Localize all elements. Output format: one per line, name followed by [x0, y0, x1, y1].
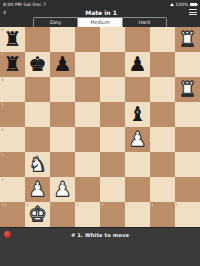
tab-hard[interactable]: Hard	[123, 18, 166, 27]
square-b5[interactable]	[25, 102, 50, 127]
mate-in-1-app: 8:00 PM Sat Dec 7 100% ‹ Mate in 1 Easy …	[0, 0, 200, 266]
puzzle-controls: # 1. White to move	[0, 228, 200, 241]
rank-label-6: 6	[1, 78, 4, 82]
status-time-date: 8:00 PM Sat Dec 7	[3, 2, 46, 7]
square-f1[interactable]: f	[125, 202, 150, 227]
file-label-a: a	[4, 203, 6, 207]
square-b2[interactable]: ♟	[25, 177, 50, 202]
square-b3[interactable]: ♞	[25, 152, 50, 177]
square-d2[interactable]	[75, 177, 100, 202]
file-label-c: c	[51, 203, 53, 207]
square-b4[interactable]	[25, 127, 50, 152]
square-d1[interactable]: d	[75, 202, 100, 227]
piece-white-pawn[interactable]: ♟	[129, 127, 147, 152]
square-b1[interactable]: b♚	[25, 202, 50, 227]
square-h7[interactable]	[175, 52, 200, 77]
top-chrome: 8:00 PM Sat Dec 7 100% ‹ Mate in 1 Easy …	[0, 0, 200, 27]
square-a3[interactable]: 3	[0, 152, 25, 177]
status-indicators: 100%	[170, 2, 197, 7]
piece-black-pawn[interactable]: ♟	[129, 52, 147, 77]
square-a2[interactable]: 2	[0, 177, 25, 202]
piece-black-king[interactable]: ♚	[29, 52, 47, 77]
square-a8[interactable]: 8♜	[0, 27, 25, 52]
rank-label-2: 2	[1, 178, 4, 182]
wifi-icon	[170, 3, 174, 6]
square-g7[interactable]	[150, 52, 175, 77]
square-g6[interactable]	[150, 77, 175, 102]
square-f2[interactable]	[125, 177, 150, 202]
square-e5[interactable]	[100, 102, 125, 127]
square-a7[interactable]: 7♜	[0, 52, 25, 77]
square-g3[interactable]	[150, 152, 175, 177]
square-d7[interactable]	[75, 52, 100, 77]
square-g4[interactable]	[150, 127, 175, 152]
status-bar: 8:00 PM Sat Dec 7 100%	[0, 0, 200, 8]
square-c8[interactable]	[50, 27, 75, 52]
square-h5[interactable]	[175, 102, 200, 127]
square-d3[interactable]	[75, 152, 100, 177]
square-f5[interactable]: ♝	[125, 102, 150, 127]
square-c7[interactable]: ♟	[50, 52, 75, 77]
square-a1[interactable]: 1a	[0, 202, 25, 227]
square-c1[interactable]: c	[50, 202, 75, 227]
square-e4[interactable]	[100, 127, 125, 152]
square-h3[interactable]	[175, 152, 200, 177]
piece-white-rook[interactable]: ♜	[179, 77, 197, 102]
square-e1[interactable]: e	[100, 202, 125, 227]
square-d6[interactable]	[75, 77, 100, 102]
square-f8[interactable]	[125, 27, 150, 52]
rank-label-5: 5	[1, 103, 4, 107]
move-status-label: # 1. White to move	[11, 232, 189, 238]
piece-black-rook[interactable]: ♜	[4, 27, 22, 52]
tab-easy[interactable]: Easy	[34, 18, 78, 27]
rank-label-4: 4	[1, 128, 4, 132]
square-a5[interactable]: 5	[0, 102, 25, 127]
square-c6[interactable]	[50, 77, 75, 102]
rank-label-1: 1	[1, 203, 4, 207]
square-a4[interactable]: 4	[0, 127, 25, 152]
battery-icon	[190, 3, 197, 6]
square-e3[interactable]	[100, 152, 125, 177]
square-e2[interactable]	[100, 177, 125, 202]
square-c2[interactable]: ♟	[50, 177, 75, 202]
file-label-h: h	[176, 203, 179, 207]
piece-white-king[interactable]: ♚	[29, 202, 47, 227]
square-c4[interactable]	[50, 127, 75, 152]
square-h4[interactable]	[175, 127, 200, 152]
menu-button[interactable]	[189, 9, 197, 16]
piece-black-rook[interactable]: ♜	[4, 52, 22, 77]
square-f4[interactable]: ♟	[125, 127, 150, 152]
piece-white-knight[interactable]: ♞	[29, 152, 47, 177]
square-g2[interactable]	[150, 177, 175, 202]
back-button[interactable]: ‹	[3, 9, 13, 16]
reset-button[interactable]	[4, 231, 11, 238]
square-h2[interactable]	[175, 177, 200, 202]
tab-medium[interactable]: Medium	[78, 18, 122, 27]
square-b8[interactable]	[25, 27, 50, 52]
square-b6[interactable]	[25, 77, 50, 102]
chess-board: 8♜♜7♜♚♟♟6♜5♝4♟3♞2♟♟1ab♚cdefgh	[0, 27, 200, 227]
square-f6[interactable]	[125, 77, 150, 102]
rank-label-3: 3	[1, 153, 4, 157]
nav-bar: ‹ Mate in 1	[0, 8, 200, 16]
square-g5[interactable]	[150, 102, 175, 127]
square-h6[interactable]: ♜	[175, 77, 200, 102]
square-c3[interactable]	[50, 152, 75, 177]
piece-white-pawn[interactable]: ♟	[29, 177, 47, 202]
file-label-e: e	[101, 203, 103, 207]
square-c5[interactable]	[50, 102, 75, 127]
square-d4[interactable]	[75, 127, 100, 152]
piece-black-bishop[interactable]: ♝	[129, 102, 147, 127]
square-h8[interactable]: ♜	[175, 27, 200, 52]
piece-black-pawn[interactable]: ♟	[54, 52, 72, 77]
square-g8[interactable]	[150, 27, 175, 52]
square-b7[interactable]: ♚	[25, 52, 50, 77]
file-label-d: d	[76, 203, 79, 207]
bottom-bar: # 1. White to move	[0, 227, 200, 266]
piece-white-rook[interactable]: ♜	[179, 27, 197, 52]
square-f3[interactable]	[125, 152, 150, 177]
square-a6[interactable]: 6	[0, 77, 25, 102]
square-d8[interactable]	[75, 27, 100, 52]
square-f7[interactable]: ♟	[125, 52, 150, 77]
difficulty-segmented-control: Easy Medium Hard	[33, 17, 167, 28]
square-h1[interactable]: h	[175, 202, 200, 227]
square-e7[interactable]	[100, 52, 125, 77]
hint-lightbulb-button[interactable]	[189, 230, 196, 239]
square-d5[interactable]	[75, 102, 100, 127]
square-g1[interactable]: g	[150, 202, 175, 227]
battery-percent: 100%	[175, 2, 188, 7]
piece-white-pawn[interactable]: ♟	[54, 177, 72, 202]
page-title: Mate in 1	[13, 9, 189, 16]
file-label-g: g	[151, 203, 154, 207]
file-label-f: f	[126, 203, 127, 207]
square-e8[interactable]	[100, 27, 125, 52]
square-e6[interactable]	[100, 77, 125, 102]
